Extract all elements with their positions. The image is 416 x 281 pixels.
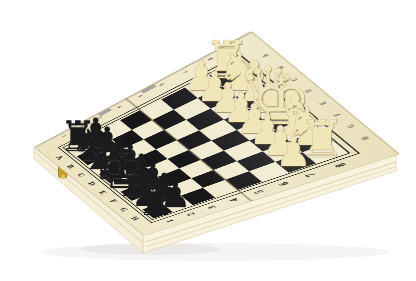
file-label-h: H xyxy=(126,213,146,223)
file-label-g: G xyxy=(115,204,134,214)
rank-label-3: 3 xyxy=(200,202,223,213)
rank-label-4: 4 xyxy=(222,194,246,206)
file-label-c: C xyxy=(73,169,92,180)
file-label-d: D xyxy=(83,178,102,189)
file-label-b: B xyxy=(62,160,81,171)
rank-label-2: 2 xyxy=(179,209,201,220)
file-label-a: A xyxy=(51,152,69,163)
far-file-label-d: D xyxy=(293,83,324,100)
file-label-e: E xyxy=(94,187,113,198)
product-photo-chess-set: AABBCCDDEEFFGGHH1122334455667788 ♜♞♝♛♚♝♞… xyxy=(0,0,416,281)
file-label-f: F xyxy=(105,196,124,207)
far-file-label-g: G xyxy=(335,119,366,135)
brass-clasp-knob xyxy=(61,175,65,179)
rank-label-1: 1 xyxy=(160,216,181,226)
far-file-label-h: H xyxy=(349,130,381,146)
